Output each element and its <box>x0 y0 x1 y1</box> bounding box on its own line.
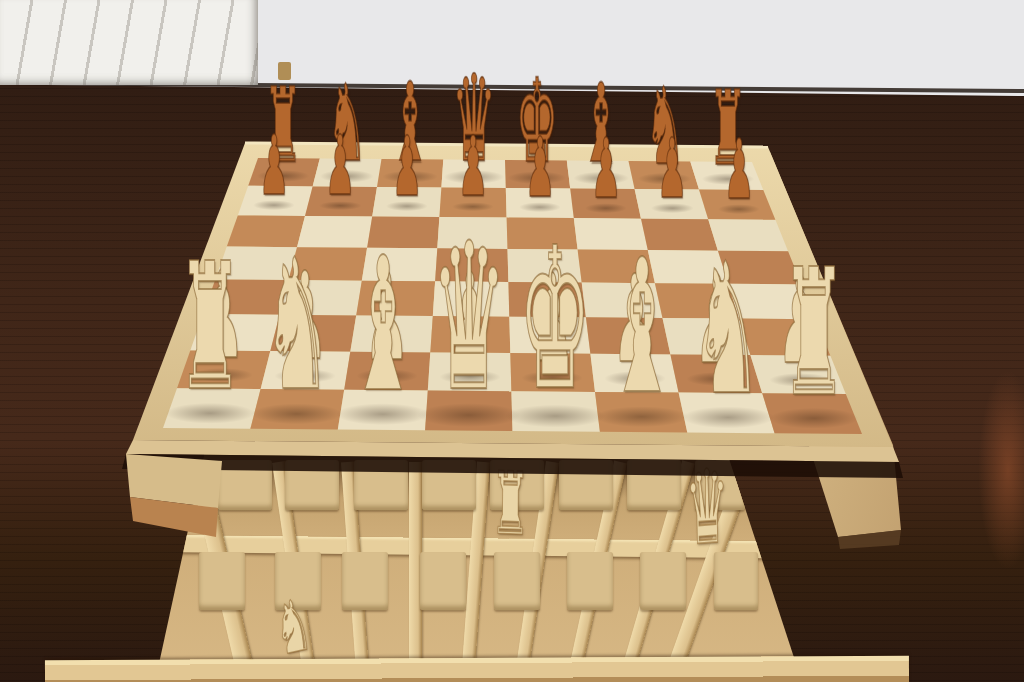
square-h2[interactable] <box>750 355 845 394</box>
square-a2[interactable] <box>177 350 270 389</box>
square-g4[interactable] <box>655 283 739 318</box>
square-g3[interactable] <box>663 318 751 355</box>
square-h6[interactable] <box>708 219 788 251</box>
square-c1[interactable] <box>338 390 428 431</box>
square-f4[interactable] <box>582 283 663 318</box>
square-h4[interactable] <box>728 284 815 320</box>
square-e3[interactable] <box>509 317 590 354</box>
square-g6[interactable] <box>641 219 718 251</box>
square-f6[interactable] <box>574 218 648 250</box>
square-c3[interactable] <box>350 315 433 352</box>
square-d1[interactable] <box>425 391 512 432</box>
square-g7[interactable] <box>635 189 709 219</box>
square-d7[interactable] <box>439 187 506 217</box>
square-a7[interactable] <box>238 186 313 216</box>
square-b4[interactable] <box>280 280 362 315</box>
square-d5[interactable] <box>435 248 508 282</box>
square-b8[interactable] <box>313 159 382 187</box>
square-a6[interactable] <box>227 215 305 247</box>
square-b7[interactable] <box>305 186 377 216</box>
square-g5[interactable] <box>648 250 728 284</box>
square-f1[interactable] <box>595 392 687 433</box>
square-h3[interactable] <box>739 319 830 356</box>
square-c6[interactable] <box>367 217 439 249</box>
square-b1[interactable] <box>250 389 344 429</box>
square-b6[interactable] <box>297 216 372 248</box>
square-d8[interactable] <box>441 160 505 188</box>
square-c7[interactable] <box>372 187 441 217</box>
square-b3[interactable] <box>270 315 356 352</box>
chess-board <box>0 0 1024 682</box>
square-a5[interactable] <box>215 247 297 281</box>
square-b2[interactable] <box>261 351 351 390</box>
square-e2[interactable] <box>510 353 595 392</box>
square-g2[interactable] <box>670 354 762 393</box>
square-e6[interactable] <box>507 218 578 250</box>
square-a4[interactable] <box>203 280 288 315</box>
square-e4[interactable] <box>508 282 586 317</box>
scene: ♜ ♛ ♞ ♜♞♝♛♚♝♞♜♟♟♟♟♟♟♟♟♟♟♟♟♟♟♟♟♜♞♝♛♚♝♞♜ <box>0 0 1024 682</box>
square-e5[interactable] <box>508 249 582 283</box>
square-a3[interactable] <box>190 314 279 351</box>
square-d3[interactable] <box>430 316 510 353</box>
square-b5[interactable] <box>289 247 368 281</box>
square-e8[interactable] <box>505 160 570 189</box>
square-f3[interactable] <box>586 317 671 354</box>
square-f8[interactable] <box>567 161 635 190</box>
square-h8[interactable] <box>690 162 763 191</box>
square-f2[interactable] <box>590 354 678 393</box>
square-a8[interactable] <box>248 158 320 186</box>
square-c8[interactable] <box>377 159 443 187</box>
square-c4[interactable] <box>356 281 435 316</box>
square-c5[interactable] <box>362 248 438 281</box>
square-f5[interactable] <box>578 250 655 284</box>
square-d4[interactable] <box>433 281 510 316</box>
square-h1[interactable] <box>762 393 862 434</box>
square-g1[interactable] <box>679 393 775 434</box>
square-g8[interactable] <box>629 161 700 190</box>
square-d2[interactable] <box>428 352 512 391</box>
square-c2[interactable] <box>344 352 430 391</box>
square-d6[interactable] <box>437 217 507 249</box>
square-e1[interactable] <box>511 391 600 432</box>
square-h7[interactable] <box>699 190 775 220</box>
square-a1[interactable] <box>163 388 261 429</box>
square-f7[interactable] <box>570 189 641 219</box>
square-e7[interactable] <box>506 188 574 218</box>
square-h5[interactable] <box>718 251 802 285</box>
